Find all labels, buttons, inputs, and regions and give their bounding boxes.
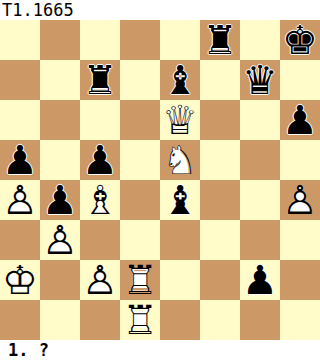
white-bishop-outline: ♗: [80, 180, 120, 220]
square-d8[interactable]: [120, 20, 160, 60]
square-f3[interactable]: [200, 220, 240, 260]
square-a1[interactable]: [0, 300, 40, 340]
square-g2[interactable]: ♟: [240, 260, 280, 300]
square-h2[interactable]: [280, 260, 320, 300]
white-rook: ♜: [120, 260, 160, 300]
black-pawn: ♟: [80, 140, 120, 180]
black-rook: ♜: [80, 60, 120, 100]
square-a3[interactable]: [0, 220, 40, 260]
square-f8[interactable]: ♜: [200, 20, 240, 60]
square-b5[interactable]: [40, 140, 80, 180]
square-e4[interactable]: ♝: [160, 180, 200, 220]
white-knight: ♞: [160, 140, 200, 180]
square-g6[interactable]: [240, 100, 280, 140]
white-rook-outline: ♖: [120, 260, 160, 300]
square-d3[interactable]: [120, 220, 160, 260]
black-pawn: ♟: [0, 140, 40, 180]
square-b6[interactable]: [40, 100, 80, 140]
square-h3[interactable]: [280, 220, 320, 260]
white-queen-outline: ♕: [160, 100, 200, 140]
square-c4[interactable]: ♝♗: [80, 180, 120, 220]
square-d7[interactable]: [120, 60, 160, 100]
square-h6[interactable]: ♟: [280, 100, 320, 140]
square-f5[interactable]: [200, 140, 240, 180]
square-e7[interactable]: ♝: [160, 60, 200, 100]
square-a8[interactable]: [0, 20, 40, 60]
square-f2[interactable]: [200, 260, 240, 300]
white-pawn: ♟: [0, 180, 40, 220]
square-e8[interactable]: [160, 20, 200, 60]
square-a5[interactable]: ♟: [0, 140, 40, 180]
square-g1[interactable]: [240, 300, 280, 340]
black-pawn: ♟: [280, 100, 320, 140]
black-rook: ♜: [200, 20, 240, 60]
square-g8[interactable]: [240, 20, 280, 60]
square-d4[interactable]: [120, 180, 160, 220]
white-knight-outline: ♘: [160, 140, 200, 180]
white-bishop: ♝: [80, 180, 120, 220]
square-b2[interactable]: [40, 260, 80, 300]
white-king-outline: ♔: [0, 260, 40, 300]
square-a6[interactable]: [0, 100, 40, 140]
square-g7[interactable]: ♛: [240, 60, 280, 100]
square-c3[interactable]: [80, 220, 120, 260]
square-d5[interactable]: [120, 140, 160, 180]
square-c8[interactable]: [80, 20, 120, 60]
square-d6[interactable]: [120, 100, 160, 140]
black-king: ♚: [280, 20, 320, 60]
square-h5[interactable]: [280, 140, 320, 180]
square-f7[interactable]: [200, 60, 240, 100]
chess-board: ♜♚♜♝♛♛♕♟♟♟♞♘♟♙♟♝♗♝♟♙♟♙♚♔♟♙♜♖♟♜♖: [0, 20, 320, 340]
square-e1[interactable]: [160, 300, 200, 340]
square-c2[interactable]: ♟♙: [80, 260, 120, 300]
square-g4[interactable]: [240, 180, 280, 220]
square-e3[interactable]: [160, 220, 200, 260]
square-c1[interactable]: [80, 300, 120, 340]
square-h4[interactable]: ♟♙: [280, 180, 320, 220]
white-pawn-outline: ♙: [40, 220, 80, 260]
square-b3[interactable]: ♟♙: [40, 220, 80, 260]
white-king: ♚: [0, 260, 40, 300]
white-rook: ♜: [120, 300, 160, 340]
square-a4[interactable]: ♟♙: [0, 180, 40, 220]
square-e2[interactable]: [160, 260, 200, 300]
white-pawn: ♟: [40, 220, 80, 260]
square-f1[interactable]: [200, 300, 240, 340]
square-d2[interactable]: ♜♖: [120, 260, 160, 300]
white-pawn: ♟: [80, 260, 120, 300]
puzzle-id: T1.1665: [0, 0, 320, 20]
square-h8[interactable]: ♚: [280, 20, 320, 60]
square-c7[interactable]: ♜: [80, 60, 120, 100]
black-bishop: ♝: [160, 180, 200, 220]
black-pawn: ♟: [240, 260, 280, 300]
white-pawn-outline: ♙: [0, 180, 40, 220]
square-c5[interactable]: ♟: [80, 140, 120, 180]
white-pawn: ♟: [280, 180, 320, 220]
square-f6[interactable]: [200, 100, 240, 140]
square-g3[interactable]: [240, 220, 280, 260]
white-pawn-outline: ♙: [80, 260, 120, 300]
white-rook-outline: ♖: [120, 300, 160, 340]
white-queen: ♛: [160, 100, 200, 140]
black-pawn: ♟: [40, 180, 80, 220]
square-a7[interactable]: [0, 60, 40, 100]
square-b4[interactable]: ♟: [40, 180, 80, 220]
black-bishop: ♝: [160, 60, 200, 100]
square-d1[interactable]: ♜♖: [120, 300, 160, 340]
black-queen: ♛: [240, 60, 280, 100]
square-f4[interactable]: [200, 180, 240, 220]
square-b1[interactable]: [40, 300, 80, 340]
square-a2[interactable]: ♚♔: [0, 260, 40, 300]
square-h1[interactable]: [280, 300, 320, 340]
white-pawn-outline: ♙: [280, 180, 320, 220]
square-e5[interactable]: ♞♘: [160, 140, 200, 180]
square-b8[interactable]: [40, 20, 80, 60]
square-g5[interactable]: [240, 140, 280, 180]
square-c6[interactable]: [80, 100, 120, 140]
square-e6[interactable]: ♛♕: [160, 100, 200, 140]
square-b7[interactable]: [40, 60, 80, 100]
move-prompt: 1. ?: [0, 340, 320, 360]
square-h7[interactable]: [280, 60, 320, 100]
